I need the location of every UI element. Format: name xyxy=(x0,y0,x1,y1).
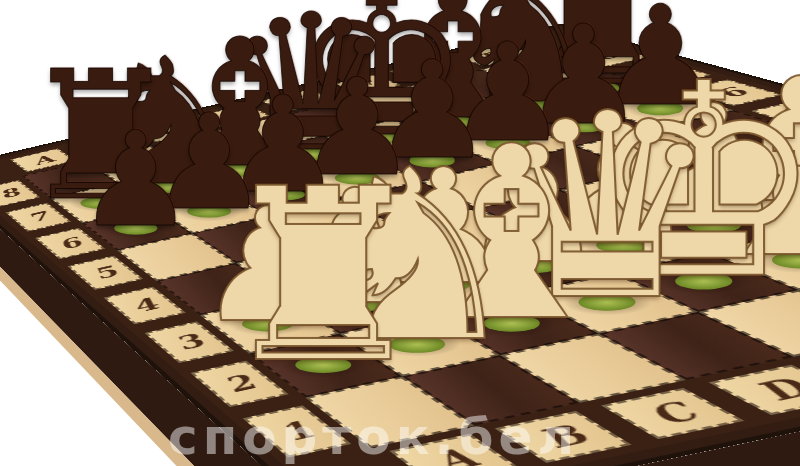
black-pawn-glyph: ♟ xyxy=(77,114,194,245)
pieces-layer: ♜♞♟♝♟♚♟♛♟♝♟♟♞♟♜♟♟♜♟♟♞♟♝♟♚♟♛♟♝♟♞♜ xyxy=(0,0,800,466)
watermark: спорток.бел xyxy=(168,408,579,466)
white-rook-glyph: ♜ xyxy=(216,157,430,396)
chess-set-product-photo: 1122334455667788AABBCCDDEEFFGGHH ♜♞♟♝♟♚♟… xyxy=(0,0,800,466)
